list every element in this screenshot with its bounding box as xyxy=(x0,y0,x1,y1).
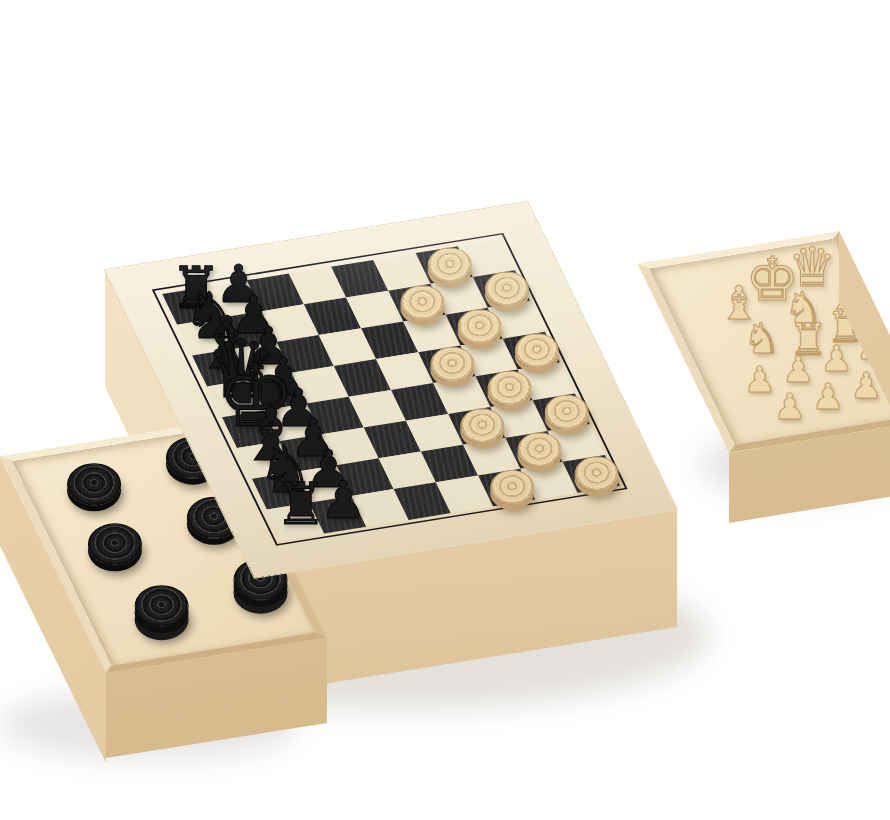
light-checker[interactable] xyxy=(515,333,559,368)
light-checker[interactable] xyxy=(517,432,561,467)
light-checker[interactable] xyxy=(485,272,529,307)
natural-pawn[interactable]: ♟ xyxy=(782,352,814,388)
natural-pawn[interactable]: ♟ xyxy=(743,362,775,398)
light-checker[interactable] xyxy=(545,395,589,430)
light-checker[interactable] xyxy=(458,309,502,344)
light-checker[interactable] xyxy=(428,248,472,283)
black-pawn[interactable]: ♟ xyxy=(320,474,367,526)
light-checker[interactable] xyxy=(490,470,534,505)
light-checker[interactable] xyxy=(400,285,444,320)
light-checker[interactable] xyxy=(430,347,474,382)
light-checker[interactable] xyxy=(488,371,532,406)
black-checker-disc[interactable] xyxy=(67,463,121,505)
natural-pawn[interactable]: ♟ xyxy=(812,379,844,415)
natural-knight[interactable]: ♞ xyxy=(743,318,781,360)
light-checker[interactable] xyxy=(460,408,504,443)
black-checker-disc[interactable] xyxy=(88,523,142,565)
product-photo-wooden-game-box: ♚♛♝♞♝♞♜♜♟♟♟♟♟♟♟♟ ♜♟♞♟♝♟♛♟♚♟♝♟♞♟♜♟ xyxy=(0,0,890,820)
black-checker-disc[interactable] xyxy=(135,585,189,627)
light-checker[interactable] xyxy=(575,456,619,491)
natural-pawn[interactable]: ♟ xyxy=(820,341,852,377)
natural-pawn[interactable]: ♟ xyxy=(773,389,805,425)
